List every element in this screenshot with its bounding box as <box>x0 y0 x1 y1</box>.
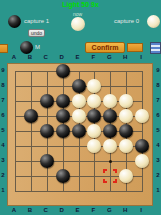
pending-move-marker <box>113 179 117 183</box>
pending-move-marker <box>113 169 117 173</box>
row-label-right: 7 <box>153 97 161 104</box>
row-label-left: 2 <box>0 172 8 179</box>
black-stone-D6 <box>56 109 70 123</box>
black-stone-B6 <box>24 109 38 123</box>
row-label-right: 6 <box>153 112 161 119</box>
stripes-icon[interactable] <box>150 42 161 54</box>
current-player-stone-icon <box>71 17 85 31</box>
black-capture-label: capture 1 <box>24 18 49 24</box>
black-stone-D9 <box>56 64 70 78</box>
row-label-right: 3 <box>153 157 161 164</box>
row-label-left: 9 <box>0 67 8 74</box>
right-orange-button[interactable] <box>127 43 143 52</box>
row-label-right: 2 <box>153 172 161 179</box>
black-stone-E5 <box>72 124 86 138</box>
go-board[interactable] <box>7 63 153 206</box>
black-stone-H5 <box>119 124 133 138</box>
grid-hline <box>15 161 143 162</box>
column-label-top: B <box>25 54 35 61</box>
white-stone-F4 <box>87 139 101 153</box>
white-stone-I3 <box>135 154 149 168</box>
column-label-top: F <box>88 54 98 61</box>
white-stone-E6 <box>72 109 86 123</box>
row-label-left: 1 <box>0 187 8 194</box>
row-label-right: 8 <box>153 82 161 89</box>
row-label-right: 1 <box>153 187 161 194</box>
black-stone-D2 <box>56 169 70 183</box>
column-label-bottom: D <box>57 207 67 214</box>
row-label-left: 8 <box>0 82 8 89</box>
confirm-button[interactable]: Confirm <box>85 42 125 53</box>
black-stone-G5 <box>103 124 117 138</box>
black-stone-I4 <box>135 139 149 153</box>
white-stone-H7 <box>119 94 133 108</box>
column-label-top: I <box>136 54 146 61</box>
white-stone-E7 <box>72 94 86 108</box>
column-label-bottom: C <box>41 207 51 214</box>
row-label-left: 6 <box>0 112 8 119</box>
white-capture-label: capture 0 <box>114 18 139 24</box>
grid-hline <box>15 191 143 192</box>
undo-button[interactable]: undo <box>28 29 45 37</box>
black-stone-C7 <box>40 94 54 108</box>
row-label-right: 9 <box>153 67 161 74</box>
pending-move-marker <box>103 169 107 173</box>
left-edge-button[interactable] <box>0 44 8 53</box>
column-label-top: E <box>73 54 83 61</box>
column-label-bottom: I <box>136 207 146 214</box>
black-stone-C3 <box>40 154 54 168</box>
white-stone-F7 <box>87 94 101 108</box>
white-stone-F5 <box>87 124 101 138</box>
column-label-top: C <box>41 54 51 61</box>
column-label-bottom: F <box>88 207 98 214</box>
white-stone-H2 <box>119 169 133 183</box>
column-label-top: A <box>9 54 19 61</box>
white-stone-I6 <box>135 109 149 123</box>
column-label-top: H <box>120 54 130 61</box>
pending-move-marker <box>103 179 107 183</box>
column-label-bottom: B <box>25 207 35 214</box>
game-status-title: Light 50 9x <box>0 1 161 8</box>
column-label-bottom: E <box>73 207 83 214</box>
row-label-right: 5 <box>153 127 161 134</box>
hoshi-point <box>109 160 112 163</box>
black-stone-F6 <box>87 109 101 123</box>
column-label-bottom: G <box>104 207 114 214</box>
white-stone-G4 <box>103 139 117 153</box>
row-label-left: 4 <box>0 142 8 149</box>
column-label-bottom: H <box>120 207 130 214</box>
row-label-right: 4 <box>153 142 161 149</box>
column-label-top: D <box>57 54 67 61</box>
grid-vline <box>142 71 143 192</box>
white-stone-H4 <box>119 139 133 153</box>
white-stone-F8 <box>87 79 101 93</box>
black-stone-C5 <box>40 124 54 138</box>
white-stone-H6 <box>119 109 133 123</box>
black-stone-E8 <box>72 79 86 93</box>
column-label-bottom: A <box>9 207 19 214</box>
row-label-left: 3 <box>0 157 8 164</box>
black-stone-icon <box>8 15 21 28</box>
black-stone-D7 <box>56 94 70 108</box>
go-app-window: Light 50 9x capture 1 now capture 0 undo… <box>0 0 161 215</box>
white-stone-icon <box>147 15 160 28</box>
white-stone-G7 <box>103 94 117 108</box>
black-move-label: M <box>35 44 40 50</box>
black-stone-G6 <box>103 109 117 123</box>
black-move-stone-icon <box>20 41 33 54</box>
column-label-top: G <box>104 54 114 61</box>
row-label-left: 7 <box>0 97 8 104</box>
black-stone-D5 <box>56 124 70 138</box>
row-label-left: 5 <box>0 127 8 134</box>
